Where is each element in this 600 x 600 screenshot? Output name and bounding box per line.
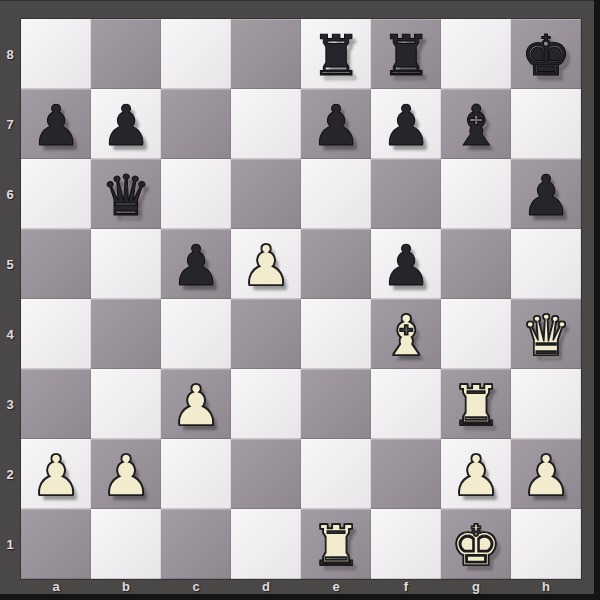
- square-c7[interactable]: [161, 89, 231, 159]
- black-king: ♚: [511, 19, 581, 89]
- square-f8[interactable]: ♜: [371, 19, 441, 89]
- square-b3[interactable]: [91, 369, 161, 439]
- square-c5[interactable]: ♟: [161, 229, 231, 299]
- file-label-g: g: [441, 578, 511, 595]
- white-pawn: ♟: [21, 439, 91, 509]
- square-c8[interactable]: [161, 19, 231, 89]
- black-pawn: ♟: [21, 89, 91, 159]
- file-label-c: c: [161, 578, 231, 595]
- square-g6[interactable]: [441, 159, 511, 229]
- rank-label-2: 2: [0, 439, 20, 509]
- file-label-h: h: [511, 578, 581, 595]
- file-label-a: a: [21, 578, 91, 595]
- file-label-e: e: [301, 578, 371, 595]
- square-h6[interactable]: ♟: [511, 159, 581, 229]
- square-e3[interactable]: [301, 369, 371, 439]
- board-frame: ♜♜♚♟♟♟♟♝♛♟♟♟♟♝♛♟♜♟♟♟♟♜♚ abcdefgh87654321: [0, 0, 600, 600]
- rank-label-5: 5: [0, 229, 20, 299]
- black-rook: ♜: [301, 19, 371, 89]
- square-b5[interactable]: [91, 229, 161, 299]
- white-rook: ♜: [441, 369, 511, 439]
- black-bishop: ♝: [441, 89, 511, 159]
- white-king: ♚: [441, 509, 511, 579]
- square-g3[interactable]: ♜: [441, 369, 511, 439]
- black-pawn: ♟: [161, 229, 231, 299]
- square-f5[interactable]: ♟: [371, 229, 441, 299]
- file-label-d: d: [231, 578, 301, 595]
- square-h1[interactable]: [511, 509, 581, 579]
- square-e2[interactable]: [301, 439, 371, 509]
- square-e5[interactable]: [301, 229, 371, 299]
- black-pawn: ♟: [371, 89, 441, 159]
- square-c1[interactable]: [161, 509, 231, 579]
- rank-label-8: 8: [0, 19, 20, 89]
- square-h8[interactable]: ♚: [511, 19, 581, 89]
- square-a5[interactable]: [21, 229, 91, 299]
- square-h2[interactable]: ♟: [511, 439, 581, 509]
- square-g7[interactable]: ♝: [441, 89, 511, 159]
- black-queen: ♛: [91, 159, 161, 229]
- square-d5[interactable]: ♟: [231, 229, 301, 299]
- square-f7[interactable]: ♟: [371, 89, 441, 159]
- file-label-f: f: [371, 578, 441, 595]
- white-pawn: ♟: [161, 369, 231, 439]
- square-b7[interactable]: ♟: [91, 89, 161, 159]
- rank-label-4: 4: [0, 299, 20, 369]
- square-d3[interactable]: [231, 369, 301, 439]
- white-pawn: ♟: [91, 439, 161, 509]
- square-b4[interactable]: [91, 299, 161, 369]
- square-h3[interactable]: [511, 369, 581, 439]
- square-a7[interactable]: ♟: [21, 89, 91, 159]
- square-g2[interactable]: ♟: [441, 439, 511, 509]
- square-d8[interactable]: [231, 19, 301, 89]
- square-f4[interactable]: ♝: [371, 299, 441, 369]
- square-g5[interactable]: [441, 229, 511, 299]
- square-c6[interactable]: [161, 159, 231, 229]
- square-f3[interactable]: [371, 369, 441, 439]
- square-e6[interactable]: [301, 159, 371, 229]
- white-pawn: ♟: [511, 439, 581, 509]
- rank-label-6: 6: [0, 159, 20, 229]
- square-d4[interactable]: [231, 299, 301, 369]
- square-e7[interactable]: ♟: [301, 89, 371, 159]
- square-g8[interactable]: [441, 19, 511, 89]
- square-c2[interactable]: [161, 439, 231, 509]
- white-queen: ♛: [511, 299, 581, 369]
- square-e4[interactable]: [301, 299, 371, 369]
- white-pawn: ♟: [441, 439, 511, 509]
- square-c3[interactable]: ♟: [161, 369, 231, 439]
- black-rook: ♜: [371, 19, 441, 89]
- white-rook: ♜: [301, 509, 371, 579]
- black-pawn: ♟: [301, 89, 371, 159]
- square-a1[interactable]: [21, 509, 91, 579]
- rank-label-3: 3: [0, 369, 20, 439]
- square-a8[interactable]: [21, 19, 91, 89]
- square-a4[interactable]: [21, 299, 91, 369]
- square-b8[interactable]: [91, 19, 161, 89]
- square-d6[interactable]: [231, 159, 301, 229]
- white-pawn: ♟: [231, 229, 301, 299]
- square-f2[interactable]: [371, 439, 441, 509]
- square-d1[interactable]: [231, 509, 301, 579]
- black-pawn: ♟: [91, 89, 161, 159]
- square-c4[interactable]: [161, 299, 231, 369]
- square-h4[interactable]: ♛: [511, 299, 581, 369]
- rank-label-1: 1: [0, 509, 20, 579]
- square-e8[interactable]: ♜: [301, 19, 371, 89]
- square-a6[interactable]: [21, 159, 91, 229]
- square-h7[interactable]: [511, 89, 581, 159]
- rank-label-7: 7: [0, 89, 20, 159]
- square-g1[interactable]: ♚: [441, 509, 511, 579]
- square-a3[interactable]: [21, 369, 91, 439]
- square-a2[interactable]: ♟: [21, 439, 91, 509]
- square-f6[interactable]: [371, 159, 441, 229]
- square-f1[interactable]: [371, 509, 441, 579]
- white-bishop: ♝: [371, 299, 441, 369]
- black-pawn: ♟: [511, 159, 581, 229]
- square-b6[interactable]: ♛: [91, 159, 161, 229]
- square-d2[interactable]: [231, 439, 301, 509]
- square-h5[interactable]: [511, 229, 581, 299]
- square-b2[interactable]: ♟: [91, 439, 161, 509]
- square-b1[interactable]: [91, 509, 161, 579]
- black-pawn: ♟: [371, 229, 441, 299]
- file-label-b: b: [91, 578, 161, 595]
- square-g4[interactable]: [441, 299, 511, 369]
- square-e1[interactable]: ♜: [301, 509, 371, 579]
- square-d7[interactable]: [231, 89, 301, 159]
- chess-board: ♜♜♚♟♟♟♟♝♛♟♟♟♟♝♛♟♜♟♟♟♟♜♚: [21, 19, 581, 579]
